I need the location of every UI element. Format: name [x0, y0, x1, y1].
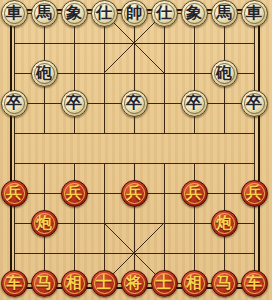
piece-red-r9c7[interactable]: 马 — [211, 270, 238, 297]
piece-red-r9c4[interactable]: 将 — [121, 270, 148, 297]
piece-ivory-r3c4[interactable]: 卒 — [121, 90, 148, 117]
piece-red-r6c4[interactable]: 兵 — [121, 180, 148, 207]
xiangqi-board[interactable]: 車馬象仕帥仕象馬車砲砲卒卒卒卒卒兵兵兵兵兵炮炮车马相士将士相马车 — [0, 0, 272, 300]
piece-red-r9c0[interactable]: 车 — [1, 270, 28, 297]
piece-ivory-r0c6[interactable]: 象 — [181, 0, 208, 27]
piece-ivory-r0c1[interactable]: 馬 — [31, 0, 58, 27]
piece-red-r9c5[interactable]: 士 — [151, 270, 178, 297]
pieces-layer: 車馬象仕帥仕象馬車砲砲卒卒卒卒卒兵兵兵兵兵炮炮车马相士将士相马车 — [0, 0, 272, 300]
piece-ivory-r3c0[interactable]: 卒 — [1, 90, 28, 117]
piece-red-r9c6[interactable]: 相 — [181, 270, 208, 297]
piece-ivory-r0c5[interactable]: 仕 — [151, 0, 178, 27]
piece-ivory-r2c7[interactable]: 砲 — [211, 60, 238, 87]
piece-red-r7c1[interactable]: 炮 — [31, 210, 58, 237]
piece-ivory-r3c8[interactable]: 卒 — [241, 90, 268, 117]
piece-ivory-r0c8[interactable]: 車 — [241, 0, 268, 27]
piece-red-r9c3[interactable]: 士 — [91, 270, 118, 297]
piece-ivory-r0c7[interactable]: 馬 — [211, 0, 238, 27]
piece-ivory-r0c4[interactable]: 帥 — [121, 0, 148, 27]
piece-ivory-r2c1[interactable]: 砲 — [31, 60, 58, 87]
piece-red-r6c0[interactable]: 兵 — [1, 180, 28, 207]
piece-red-r6c2[interactable]: 兵 — [61, 180, 88, 207]
piece-ivory-r3c6[interactable]: 卒 — [181, 90, 208, 117]
piece-ivory-r3c2[interactable]: 卒 — [61, 90, 88, 117]
piece-red-r9c1[interactable]: 马 — [31, 270, 58, 297]
piece-red-r6c6[interactable]: 兵 — [181, 180, 208, 207]
piece-ivory-r0c3[interactable]: 仕 — [91, 0, 118, 27]
piece-red-r9c2[interactable]: 相 — [61, 270, 88, 297]
piece-red-r6c8[interactable]: 兵 — [241, 180, 268, 207]
piece-red-r9c8[interactable]: 车 — [241, 270, 268, 297]
piece-red-r7c7[interactable]: 炮 — [211, 210, 238, 237]
piece-ivory-r0c2[interactable]: 象 — [61, 0, 88, 27]
piece-ivory-r0c0[interactable]: 車 — [1, 0, 28, 27]
